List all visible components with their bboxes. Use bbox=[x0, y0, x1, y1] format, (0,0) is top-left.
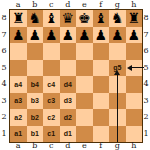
square-f5[interactable] bbox=[93, 60, 110, 77]
file-label-e-top: e bbox=[82, 1, 87, 9]
square-label-d1: d1 bbox=[64, 130, 72, 137]
square-a4[interactable]: a4 bbox=[10, 76, 27, 93]
file-label-h-bottom: h bbox=[131, 142, 136, 150]
square-b6[interactable] bbox=[27, 43, 44, 60]
square-label-b3: b3 bbox=[31, 97, 39, 104]
rank-label-6-right: 6 bbox=[143, 47, 148, 55]
square-a7[interactable]: ♟ bbox=[10, 27, 27, 44]
square-g2[interactable] bbox=[109, 109, 126, 126]
square-a6[interactable] bbox=[10, 43, 27, 60]
square-label-b2: b2 bbox=[31, 114, 39, 121]
square-a2[interactable]: a2 bbox=[10, 109, 27, 126]
rank-label-7-right: 7 bbox=[143, 31, 148, 39]
black-pawn-piece: ♟ bbox=[12, 27, 25, 44]
file-label-c-bottom: c bbox=[49, 142, 53, 150]
black-rook-piece: ♜ bbox=[12, 10, 25, 27]
square-g5[interactable]: g5 bbox=[109, 60, 126, 77]
square-f3[interactable] bbox=[93, 93, 110, 110]
square-e3[interactable] bbox=[76, 93, 93, 110]
black-pawn-piece: ♟ bbox=[94, 27, 107, 44]
black-bishop-piece: ♝ bbox=[45, 10, 58, 27]
square-label-d2: d2 bbox=[64, 114, 72, 121]
square-f6[interactable] bbox=[93, 43, 110, 60]
file-label-a-top: a bbox=[16, 1, 21, 9]
rank-label-8-left: 8 bbox=[1, 14, 6, 22]
black-king-piece: ♚ bbox=[78, 10, 91, 27]
black-pawn-piece: ♟ bbox=[127, 27, 140, 44]
square-c6[interactable] bbox=[43, 43, 60, 60]
square-b4[interactable]: b4 bbox=[27, 76, 44, 93]
square-a1[interactable]: a1 bbox=[10, 126, 27, 143]
chess-board: ♜♞♝♛♚♝♞♜♟♟♟♟♟♟♟♟g5a4b4c4d4a3b3c3d3a2b2c2… bbox=[9, 9, 143, 143]
square-h4[interactable] bbox=[126, 76, 143, 93]
file-label-f-top: f bbox=[99, 1, 102, 9]
file-label-d-bottom: d bbox=[65, 142, 70, 150]
square-f7[interactable]: ♟ bbox=[93, 27, 110, 44]
square-d4[interactable]: d4 bbox=[60, 76, 77, 93]
file-label-g-bottom: g bbox=[115, 142, 120, 150]
rank-label-1-left: 1 bbox=[1, 130, 6, 138]
file-label-d-top: d bbox=[65, 1, 70, 9]
file-label-b-bottom: b bbox=[32, 142, 37, 150]
square-label-c3: c3 bbox=[47, 97, 55, 104]
file-label-c-top: c bbox=[49, 1, 53, 9]
square-h3[interactable] bbox=[126, 93, 143, 110]
rank-label-6-left: 6 bbox=[1, 47, 6, 55]
square-d7[interactable]: ♟ bbox=[60, 27, 77, 44]
rank-label-8-right: 8 bbox=[143, 14, 148, 22]
rank-label-7-left: 7 bbox=[1, 31, 6, 39]
square-g7[interactable]: ♟ bbox=[109, 27, 126, 44]
square-c5[interactable] bbox=[43, 60, 60, 77]
file-label-h-top: h bbox=[131, 1, 136, 9]
square-f2[interactable] bbox=[93, 109, 110, 126]
square-b3[interactable]: b3 bbox=[27, 93, 44, 110]
square-c7[interactable]: ♟ bbox=[43, 27, 60, 44]
black-pawn-piece: ♟ bbox=[61, 27, 74, 44]
square-f1[interactable] bbox=[93, 126, 110, 143]
square-d2[interactable]: d2 bbox=[60, 109, 77, 126]
square-label-c2: c2 bbox=[47, 114, 55, 121]
square-b1[interactable]: b1 bbox=[27, 126, 44, 143]
square-g8[interactable]: ♞ bbox=[109, 10, 126, 27]
file-label-g-top: g bbox=[115, 1, 120, 9]
square-label-a2: a2 bbox=[14, 114, 22, 121]
square-e4[interactable] bbox=[76, 76, 93, 93]
square-a8[interactable]: ♜ bbox=[10, 10, 27, 27]
square-b2[interactable]: b2 bbox=[27, 109, 44, 126]
square-e1[interactable] bbox=[76, 126, 93, 143]
square-e6[interactable] bbox=[76, 43, 93, 60]
square-d5[interactable] bbox=[60, 60, 77, 77]
rank-label-3-right: 3 bbox=[143, 97, 148, 105]
square-d6[interactable] bbox=[60, 43, 77, 60]
file-label-f-bottom: f bbox=[99, 142, 102, 150]
black-rook-piece: ♜ bbox=[127, 10, 140, 27]
rank-label-4-right: 4 bbox=[143, 80, 148, 88]
square-b5[interactable] bbox=[27, 60, 44, 77]
file-label-a-bottom: a bbox=[16, 142, 21, 150]
square-label-d4: d4 bbox=[64, 81, 72, 88]
square-f4[interactable] bbox=[93, 76, 110, 93]
square-h5[interactable] bbox=[126, 60, 143, 77]
rank-label-5-right: 5 bbox=[143, 64, 148, 72]
square-a3[interactable]: a3 bbox=[10, 93, 27, 110]
square-c8[interactable]: ♝ bbox=[43, 10, 60, 27]
black-pawn-piece: ♟ bbox=[45, 27, 58, 44]
square-h6[interactable] bbox=[126, 43, 143, 60]
square-b8[interactable]: ♞ bbox=[27, 10, 44, 27]
square-label-a1: a1 bbox=[14, 130, 22, 137]
black-knight-piece: ♞ bbox=[28, 10, 41, 27]
square-h8[interactable]: ♜ bbox=[126, 10, 143, 27]
rank-label-2-right: 2 bbox=[143, 113, 148, 121]
square-h1[interactable] bbox=[126, 126, 143, 143]
file-label-e-bottom: e bbox=[82, 142, 87, 150]
square-g6[interactable] bbox=[109, 43, 126, 60]
square-label-c4: c4 bbox=[47, 81, 55, 88]
square-b7[interactable]: ♟ bbox=[27, 27, 44, 44]
rank-label-1-right: 1 bbox=[143, 130, 148, 138]
square-d1[interactable]: d1 bbox=[60, 126, 77, 143]
chess-coordinates-diagram: ♜♞♝♛♚♝♞♜♟♟♟♟♟♟♟♟g5a4b4c4d4a3b3c3d3a2b2c2… bbox=[0, 0, 150, 150]
rank-label-5-left: 5 bbox=[1, 64, 6, 72]
rank-label-4-left: 4 bbox=[1, 80, 6, 88]
square-label-c1: c1 bbox=[47, 130, 55, 137]
square-a5[interactable] bbox=[10, 60, 27, 77]
black-pawn-piece: ♟ bbox=[28, 27, 41, 44]
square-c4[interactable]: c4 bbox=[43, 76, 60, 93]
square-label-a3: a3 bbox=[14, 97, 22, 104]
square-e8[interactable]: ♚ bbox=[76, 10, 93, 27]
square-label-g5: g5 bbox=[113, 64, 121, 71]
square-label-b4: b4 bbox=[31, 81, 39, 88]
square-h7[interactable]: ♟ bbox=[126, 27, 143, 44]
square-g3[interactable] bbox=[109, 93, 126, 110]
square-label-d3: d3 bbox=[64, 97, 72, 104]
square-c1[interactable]: c1 bbox=[43, 126, 60, 143]
square-d8[interactable]: ♛ bbox=[60, 10, 77, 27]
black-pawn-piece: ♟ bbox=[111, 27, 124, 44]
black-knight-piece: ♞ bbox=[111, 10, 124, 27]
square-f8[interactable]: ♝ bbox=[93, 10, 110, 27]
square-e2[interactable] bbox=[76, 109, 93, 126]
rank-label-3-left: 3 bbox=[1, 97, 6, 105]
square-label-a4: a4 bbox=[14, 81, 22, 88]
black-pawn-piece: ♟ bbox=[78, 27, 91, 44]
square-h2[interactable] bbox=[126, 109, 143, 126]
rank-label-2-left: 2 bbox=[1, 113, 6, 121]
square-c2[interactable]: c2 bbox=[43, 109, 60, 126]
square-c3[interactable]: c3 bbox=[43, 93, 60, 110]
square-g4[interactable] bbox=[109, 76, 126, 93]
file-label-b-top: b bbox=[32, 1, 37, 9]
square-e5[interactable] bbox=[76, 60, 93, 77]
square-label-b1: b1 bbox=[31, 130, 39, 137]
black-bishop-piece: ♝ bbox=[94, 10, 107, 27]
black-queen-piece: ♛ bbox=[61, 10, 74, 27]
square-g1[interactable] bbox=[109, 126, 126, 143]
square-d3[interactable]: d3 bbox=[60, 93, 77, 110]
square-e7[interactable]: ♟ bbox=[76, 27, 93, 44]
